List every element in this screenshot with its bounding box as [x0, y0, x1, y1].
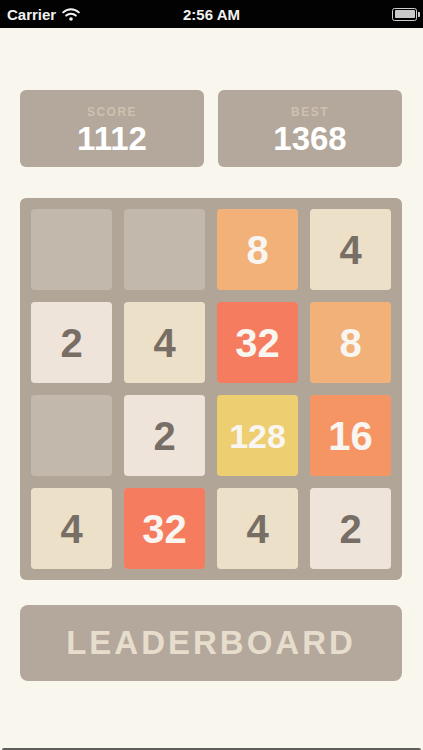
best-label: BEST: [291, 105, 329, 119]
tile-4-r4c1: 4: [31, 488, 112, 569]
tile-128-r3c3: 128: [217, 395, 298, 476]
battery-icon: [392, 8, 417, 21]
board-cell-r4c1: 4: [31, 488, 112, 569]
tile-2-r2c1: 2: [31, 302, 112, 383]
tile-8-r1c3: 8: [217, 209, 298, 290]
leaderboard-button[interactable]: LEADERBOARD: [20, 605, 402, 681]
score-box: SCORE 1112: [20, 90, 204, 167]
best-value: 1368: [273, 122, 346, 155]
tile-32-r2c3: 32: [217, 302, 298, 383]
tile-2-r3c2: 2: [124, 395, 205, 476]
score-label: SCORE: [87, 105, 137, 119]
board-cell-r2c4: 8: [310, 302, 391, 383]
board-cell-r3c4: 16: [310, 395, 391, 476]
tile-4-r2c2: 4: [124, 302, 205, 383]
tile-4-r1c4: 4: [310, 209, 391, 290]
tile-4-r4c3: 4: [217, 488, 298, 569]
tile-32-r4c2: 32: [124, 488, 205, 569]
board-cell-r3c1: [31, 395, 112, 476]
board-cell-r4c4: 2: [310, 488, 391, 569]
board-cell-r2c2: 4: [124, 302, 205, 383]
board-cell-r4c3: 4: [217, 488, 298, 569]
board-cell-r1c4: 4: [310, 209, 391, 290]
scoreboard: SCORE 1112 BEST 1368: [20, 90, 402, 167]
board-cell-r1c1: [31, 209, 112, 290]
board-cell-r3c2: 2: [124, 395, 205, 476]
status-bar-right: [392, 0, 417, 28]
board-cell-r1c2: [124, 209, 205, 290]
tile-16-r3c4: 16: [310, 395, 391, 476]
best-box: BEST 1368: [218, 90, 402, 167]
board-cell-r1c3: 8: [217, 209, 298, 290]
tile-2-r4c4: 2: [310, 488, 391, 569]
status-bar: Carrier 2:56 AM: [0, 0, 423, 28]
board-cell-r2c3: 32: [217, 302, 298, 383]
game-board[interactable]: 842432821281643242: [20, 198, 402, 580]
board-cell-r4c2: 32: [124, 488, 205, 569]
score-value: 1112: [77, 122, 147, 155]
tile-8-r2c4: 8: [310, 302, 391, 383]
board-cell-r3c3: 128: [217, 395, 298, 476]
board-cell-r2c1: 2: [31, 302, 112, 383]
clock: 2:56 AM: [0, 6, 423, 23]
